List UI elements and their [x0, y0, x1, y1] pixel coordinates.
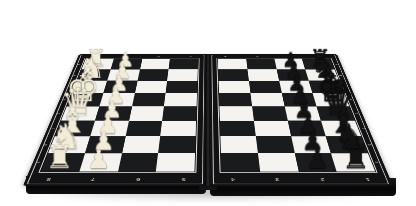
square: ♟	[107, 69, 140, 80]
square	[247, 69, 279, 80]
chess-board: 8765hgfedcba♜♟♞♟♝♟♚♟♛♟♝♟♞♟♜♟8765 4321♟♜♟…	[23, 54, 393, 186]
square: ♝	[72, 81, 107, 93]
square	[254, 121, 291, 137]
coordinate-letter: g	[73, 74, 77, 75]
coordinate-number: 1	[320, 56, 323, 57]
square: ♛	[61, 106, 99, 120]
square: ♟	[95, 106, 132, 120]
square	[256, 136, 295, 153]
square	[220, 136, 257, 153]
chess-set-photo: 8765hgfedcba♜♟♞♟♝♟♚♟♛♟♝♟♞♟♜♟8765 4321♟♜♟…	[0, 0, 416, 206]
square	[164, 93, 197, 106]
square	[220, 121, 256, 137]
square: ♞	[77, 69, 111, 80]
coordinate-letter: a	[36, 161, 41, 163]
coordinate-letter: h	[77, 63, 81, 64]
square: ♝	[309, 81, 344, 93]
square: ♚	[313, 93, 350, 106]
square	[160, 121, 196, 137]
coordinate-number: 6	[157, 56, 159, 57]
square: ♟	[99, 93, 134, 106]
square	[252, 106, 288, 120]
square: ♟	[281, 93, 316, 106]
square	[169, 59, 198, 70]
square	[219, 106, 253, 120]
square	[132, 93, 166, 106]
checkerboard-field: ♟♜♟♞♟♝♟♚♟♛♟♝♟♞♟♜	[218, 59, 375, 172]
square: ♝	[55, 121, 95, 137]
coordinate-number: 5	[189, 56, 191, 57]
square	[156, 153, 195, 171]
coordinate-letter: c	[50, 128, 55, 129]
black-rook: ♜	[309, 47, 331, 70]
coordinate-number: 2	[320, 177, 325, 181]
board-half-left: 8765hgfedcba♜♟♞♟♝♟♚♟♛♟♝♟♞♟♜♟8765	[23, 54, 207, 186]
square: ♜	[41, 153, 85, 171]
square: ♝	[321, 121, 361, 137]
coordinate-letter: e	[62, 99, 66, 100]
coordinate-letter: d	[57, 113, 62, 114]
coordinate-letter: c	[361, 128, 366, 129]
coordinate-number: 8	[46, 177, 52, 181]
square: ♜	[81, 59, 113, 70]
square	[219, 93, 252, 106]
square: ♟	[291, 136, 331, 153]
square	[218, 69, 248, 80]
square	[250, 93, 284, 106]
coordinate-letter: f	[344, 87, 348, 88]
square: ♟	[284, 106, 321, 120]
square: ♞	[305, 69, 339, 80]
square	[258, 153, 299, 171]
square: ♟	[79, 153, 121, 171]
white-rook: ♜	[85, 47, 107, 70]
square: ♟	[279, 81, 313, 93]
square	[137, 69, 169, 80]
square	[218, 59, 247, 70]
square	[166, 81, 198, 93]
square: ♟	[294, 153, 336, 171]
coordinate-number: 8	[93, 56, 96, 57]
square: ♛	[317, 106, 355, 120]
square: ♜	[302, 59, 334, 70]
square	[221, 153, 260, 171]
square: ♞	[48, 136, 90, 153]
coordinate-letter: b	[44, 144, 49, 145]
square	[249, 81, 282, 93]
coordinate-letter: e	[349, 99, 353, 100]
square	[140, 59, 170, 70]
coordinate-number: 4	[230, 177, 235, 181]
square: ♟	[90, 121, 129, 137]
checkerboard-field: ♜♟♞♟♝♟♚♟♛♟♝♟♞♟♜♟	[41, 59, 198, 172]
square	[167, 69, 197, 80]
square	[125, 121, 162, 137]
coordinate-letter: d	[355, 113, 360, 114]
square	[129, 106, 165, 120]
square: ♟	[103, 81, 137, 93]
square: ♟	[274, 59, 305, 70]
coordinate-letter: h	[335, 63, 339, 64]
white-pawn: ♟	[87, 147, 110, 172]
square: ♚	[67, 93, 104, 106]
square: ♟	[276, 69, 309, 80]
coordinate-letter: a	[374, 161, 379, 163]
square	[162, 106, 196, 120]
coordinate-number: 2	[288, 56, 291, 57]
coordinate-number: 6	[136, 177, 141, 181]
square: ♟	[85, 136, 125, 153]
square	[246, 59, 276, 70]
coordinate-number: 7	[125, 56, 128, 57]
coordinate-number: 4	[224, 56, 226, 57]
square	[135, 81, 168, 93]
coordinate-letter: g	[339, 74, 343, 75]
square: ♟	[111, 59, 142, 70]
square: ♞	[326, 136, 368, 153]
coordinate-number: 3	[275, 177, 280, 181]
coordinate-number: 7	[91, 177, 96, 181]
coordinate-letter: f	[68, 87, 72, 88]
coordinate-number: 1	[364, 177, 370, 181]
square: ♜	[331, 153, 375, 171]
coordinate-letter: b	[367, 144, 372, 145]
square: ♟	[287, 121, 326, 137]
square	[158, 136, 195, 153]
board-half-right: 4321♟♜♟♞♟♝♟♚♟♛♟♝♟♞♟♜hgfedcba4321	[209, 54, 393, 186]
square	[219, 81, 251, 93]
square	[122, 136, 161, 153]
square	[118, 153, 159, 171]
black-pawn: ♟	[306, 147, 329, 172]
coordinate-number: 5	[181, 177, 186, 181]
coordinate-number: 3	[256, 56, 258, 57]
